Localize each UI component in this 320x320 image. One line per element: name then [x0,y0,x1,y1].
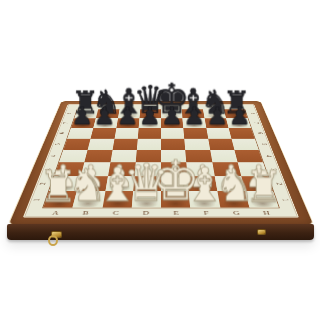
rank-right-label-7: 7 [244,120,268,125]
square-b7[interactable]: ♟ [94,118,118,128]
square-c7[interactable]: ♟ [116,118,139,128]
rank-right-label-8: 8 [241,111,264,115]
square-a1[interactable]: ♜ [43,191,77,208]
piece-black-pawn[interactable]: ♟ [139,104,161,127]
perspective-scene: ♜♞♝♛♚♝♞♜♟♟♟♟♟♟♟♟♟♟♟♟♟♟♟♟♜♞♝♛♚♝♞♜ ABCDEFG… [31,29,289,287]
square-d1[interactable]: ♛ [132,191,161,208]
board-projection-wrapper: ♜♞♝♛♚♝♞♜♟♟♟♟♟♟♟♟♟♟♟♟♟♟♟♟♜♞♝♛♚♝♞♜ ABCDEFG… [31,29,289,287]
squares-grid: ♜♞♝♛♚♝♞♜♟♟♟♟♟♟♟♟♟♟♟♟♟♟♟♟♜♞♝♛♚♝♞♜ [42,109,280,208]
piece-white-rook[interactable]: ♜ [39,166,77,207]
square-g7[interactable]: ♟ [204,118,228,128]
square-b1[interactable]: ♞ [73,191,105,208]
square-g6[interactable] [206,128,231,139]
square-h1[interactable]: ♜ [245,191,279,208]
rank-left-label-5: 5 [45,141,71,147]
rank-right-label-5: 5 [251,141,277,147]
piece-white-queen[interactable]: ♛ [123,158,169,207]
square-d6[interactable] [138,128,161,139]
square-e6[interactable] [161,128,184,139]
board-front-edge [7,224,314,240]
piece-black-pawn[interactable]: ♟ [94,104,116,127]
chess-board: ♜♞♝♛♚♝♞♜♟♟♟♟♟♟♟♟♟♟♟♟♟♟♟♟♜♞♝♛♚♝♞♜ ABCDEFG… [8,101,315,225]
brass-latch-right-icon [257,229,266,235]
square-e7[interactable]: ♟ [161,118,183,128]
square-f7[interactable]: ♟ [183,118,206,128]
rank-left-label-8: 8 [58,111,81,115]
rank-left-label-6: 6 [49,130,74,135]
square-c6[interactable] [114,128,138,139]
square-f6[interactable] [183,128,207,139]
product-photo-background: ♜♞♝♛♚♝♞♜♟♟♟♟♟♟♟♟♟♟♟♟♟♟♟♟♜♞♝♛♚♝♞♜ ABCDEFG… [0,0,320,320]
square-b6[interactable] [91,128,116,139]
rank-left-label-7: 7 [54,120,78,125]
piece-white-rook[interactable]: ♜ [245,166,283,207]
piece-black-pawn[interactable]: ♟ [116,104,138,127]
brass-latch-left-icon [51,231,62,238]
piece-black-pawn[interactable]: ♟ [161,104,183,127]
piece-black-pawn[interactable]: ♟ [206,104,228,127]
piece-black-pawn[interactable]: ♟ [184,104,206,127]
rank-right-label-6: 6 [248,130,273,135]
square-d7[interactable]: ♟ [139,118,161,128]
